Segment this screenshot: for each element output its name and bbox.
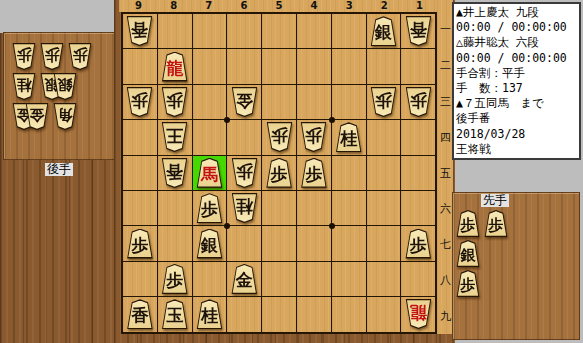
rank-label-3: 三	[438, 84, 453, 120]
piece-歩[interactable]: 歩	[126, 229, 153, 259]
square-7-9[interactable]: 桂	[193, 297, 227, 331]
piece-glyph: 龍	[405, 299, 432, 329]
piece-香[interactable]: 香	[161, 158, 188, 188]
square-6-2[interactable]	[227, 49, 261, 83]
square-3-5[interactable]	[332, 156, 366, 190]
piece-香[interactable]: 香	[126, 16, 153, 46]
square-2-3[interactable]: 歩	[367, 85, 401, 119]
info-line-2: 00:00 / 00:00:00	[456, 20, 577, 35]
square-7-8[interactable]	[193, 262, 227, 296]
square-7-1[interactable]	[193, 14, 227, 48]
square-3-7[interactable]	[332, 226, 366, 260]
rank-label-4: 四	[438, 119, 453, 155]
star-point	[329, 223, 335, 229]
square-1-2[interactable]	[401, 49, 435, 83]
square-9-3[interactable]: 歩	[123, 85, 157, 119]
square-8-9[interactable]: 玉	[158, 297, 192, 331]
square-4-3[interactable]	[297, 85, 331, 119]
star-point	[329, 117, 335, 123]
piece-glyph: 香	[161, 158, 188, 188]
piece-金[interactable]: 金	[231, 264, 258, 294]
gote-hand-row: 金金角	[12, 103, 92, 130]
piece-glyph: 歩	[40, 43, 64, 70]
piece-歩[interactable]: 歩	[300, 158, 327, 188]
piece-glyph: 龍	[161, 52, 188, 82]
file-label-9: 9	[121, 0, 156, 11]
square-8-4[interactable]: 王	[158, 120, 192, 154]
info-line-5: 手合割：平手	[456, 66, 577, 81]
piece-glyph: 歩	[231, 158, 258, 188]
gote-hand-row: 桂銀銀	[12, 73, 92, 100]
square-7-5[interactable]: 馬	[193, 156, 227, 190]
square-3-2[interactable]	[332, 49, 366, 83]
square-2-9[interactable]	[367, 297, 401, 331]
square-9-5[interactable]	[123, 156, 157, 190]
square-4-7[interactable]	[297, 226, 331, 260]
piece-角[interactable]: 角	[53, 103, 77, 130]
square-1-4[interactable]	[401, 120, 435, 154]
piece-glyph: 香	[126, 299, 153, 329]
square-5-9[interactable]	[262, 297, 296, 331]
piece-歩[interactable]: 歩	[126, 87, 153, 117]
square-2-6[interactable]	[367, 191, 401, 225]
piece-glyph: 銀	[456, 240, 480, 267]
square-3-3[interactable]	[332, 85, 366, 119]
piece-glyph: 馬	[196, 158, 223, 188]
square-5-1[interactable]	[262, 14, 296, 48]
piece-歩[interactable]: 歩	[456, 210, 480, 237]
piece-歩[interactable]: 歩	[161, 87, 188, 117]
square-2-4[interactable]	[367, 120, 401, 154]
piece-glyph: 歩	[126, 229, 153, 259]
square-1-1[interactable]: 香	[401, 14, 435, 48]
square-3-1[interactable]	[332, 14, 366, 48]
info-line-9: 2018/03/28	[456, 127, 577, 142]
square-4-2[interactable]	[297, 49, 331, 83]
piece-歩[interactable]: 歩	[161, 264, 188, 294]
piece-香[interactable]: 香	[405, 16, 432, 46]
sente-label: 先手	[481, 194, 509, 207]
square-6-1[interactable]	[227, 14, 261, 48]
square-3-4[interactable]: 桂	[332, 120, 366, 154]
piece-glyph: 桂	[335, 122, 362, 152]
sente-hand-row: 歩歩	[456, 210, 508, 237]
piece-glyph: 歩	[196, 193, 223, 223]
square-8-8[interactable]: 歩	[158, 262, 192, 296]
square-3-8[interactable]	[332, 262, 366, 296]
square-6-7[interactable]	[227, 226, 261, 260]
square-9-9[interactable]: 香	[123, 297, 157, 331]
file-label-1: 1	[402, 0, 437, 11]
file-label-5: 5	[261, 0, 296, 11]
info-panel: ▲井上慶太 九段00:00 / 00:00:00△藤井聡太 六段00:00 / …	[452, 2, 581, 160]
square-2-8[interactable]	[367, 262, 401, 296]
square-4-5[interactable]: 歩	[297, 156, 331, 190]
rank-label-8: 八	[438, 262, 453, 298]
square-5-2[interactable]	[262, 49, 296, 83]
rank-label-9: 九	[438, 298, 453, 334]
square-2-5[interactable]	[367, 156, 401, 190]
piece-glyph: 香	[405, 16, 432, 46]
piece-歩[interactable]: 歩	[40, 43, 64, 70]
sente-hand-row: 歩	[456, 270, 508, 297]
piece-glyph: 歩	[161, 87, 188, 117]
rank-label-2: 二	[438, 48, 453, 84]
piece-glyph: 桂	[196, 299, 223, 329]
square-6-4[interactable]	[227, 120, 261, 154]
gote-label: 後手	[45, 163, 73, 176]
square-6-8[interactable]: 金	[227, 262, 261, 296]
piece-香[interactable]: 香	[126, 299, 153, 329]
piece-歩[interactable]: 歩	[370, 87, 397, 117]
square-2-2[interactable]	[367, 49, 401, 83]
piece-glyph: 玉	[161, 299, 188, 329]
piece-歩[interactable]: 歩	[456, 270, 480, 297]
star-point	[224, 117, 230, 123]
square-9-7[interactable]: 歩	[123, 226, 157, 260]
piece-glyph: 歩	[126, 87, 153, 117]
square-7-4[interactable]	[193, 120, 227, 154]
sente-hand-row: 銀	[456, 240, 508, 267]
piece-銀[interactable]: 銀	[53, 73, 77, 100]
rank-label-6: 六	[438, 191, 453, 227]
piece-glyph: 銀	[53, 73, 77, 100]
piece-glyph: 銀	[196, 229, 223, 259]
piece-龍[interactable]: 龍	[405, 299, 432, 329]
star-point	[224, 223, 230, 229]
square-7-6[interactable]: 歩	[193, 191, 227, 225]
square-7-3[interactable]	[193, 85, 227, 119]
piece-歩[interactable]: 歩	[266, 122, 293, 152]
sente-hand-tray: 先手 歩歩銀歩	[452, 192, 580, 340]
square-5-5[interactable]: 歩	[262, 156, 296, 190]
piece-glyph: 歩	[405, 229, 432, 259]
shogi-board: 香銀香龍歩歩金歩歩王歩歩桂香馬歩歩歩歩桂歩銀歩歩金香玉桂龍	[121, 12, 437, 334]
square-3-6[interactable]	[332, 191, 366, 225]
gote-hand-pieces: 歩歩歩桂銀銀金金角	[12, 43, 92, 130]
square-5-4[interactable]: 歩	[262, 120, 296, 154]
square-3-9[interactable]	[332, 297, 366, 331]
piece-glyph: 金	[231, 87, 258, 117]
file-label-2: 2	[367, 0, 402, 11]
piece-glyph: 銀	[370, 16, 397, 46]
piece-金[interactable]: 金	[231, 87, 258, 117]
piece-glyph: 歩	[68, 43, 92, 70]
info-line-7: ▲７五同馬 まで	[456, 96, 577, 111]
piece-glyph: 金	[231, 264, 258, 294]
piece-glyph: 歩	[456, 270, 480, 297]
piece-glyph: 歩	[12, 43, 36, 70]
file-label-8: 8	[156, 0, 191, 11]
piece-歩[interactable]: 歩	[231, 158, 258, 188]
piece-glyph: 歩	[484, 210, 508, 237]
piece-glyph: 角	[53, 103, 77, 130]
gote-hand-row: 歩歩歩	[12, 43, 92, 70]
piece-glyph: 歩	[405, 87, 432, 117]
piece-桂[interactable]: 桂	[231, 193, 258, 223]
square-4-1[interactable]	[297, 14, 331, 48]
file-label-7: 7	[191, 0, 226, 11]
piece-銀[interactable]: 銀	[196, 229, 223, 259]
piece-銀[interactable]: 銀	[456, 240, 480, 267]
file-label-4: 4	[297, 0, 332, 11]
square-1-5[interactable]	[401, 156, 435, 190]
piece-歩[interactable]: 歩	[68, 43, 92, 70]
board-area: 香銀香龍歩歩金歩歩王歩歩桂香馬歩歩歩歩桂歩銀歩歩金香玉桂龍	[121, 12, 437, 334]
square-4-4[interactable]: 歩	[297, 120, 331, 154]
piece-glyph: 歩	[300, 158, 327, 188]
file-labels: 987654321	[121, 0, 437, 11]
file-label-3: 3	[332, 0, 367, 11]
square-1-7[interactable]: 歩	[401, 226, 435, 260]
square-8-2[interactable]: 龍	[158, 49, 192, 83]
square-8-1[interactable]	[158, 14, 192, 48]
square-8-6[interactable]	[158, 191, 192, 225]
square-7-2[interactable]	[193, 49, 227, 83]
square-5-8[interactable]	[262, 262, 296, 296]
square-1-6[interactable]	[401, 191, 435, 225]
square-9-1[interactable]: 香	[123, 14, 157, 48]
piece-龍[interactable]: 龍	[161, 52, 188, 82]
piece-歩[interactable]: 歩	[12, 43, 36, 70]
piece-玉[interactable]: 玉	[161, 299, 188, 329]
info-line-4: 00:00 / 00:00:00	[456, 51, 577, 66]
rank-labels: 一二三四五六七八九	[438, 12, 453, 334]
square-6-6[interactable]: 桂	[227, 191, 261, 225]
piece-歩[interactable]: 歩	[405, 87, 432, 117]
piece-glyph: 桂	[231, 193, 258, 223]
square-4-6[interactable]	[297, 191, 331, 225]
file-label-6: 6	[226, 0, 261, 11]
rank-label-5: 五	[438, 155, 453, 191]
square-9-8[interactable]	[123, 262, 157, 296]
gote-hand-tray: 歩歩歩桂銀銀金金角 後手	[3, 32, 115, 160]
square-1-9[interactable]: 龍	[401, 297, 435, 331]
square-8-7[interactable]	[158, 226, 192, 260]
rank-label-1: 一	[438, 12, 453, 48]
square-6-3[interactable]: 金	[227, 85, 261, 119]
piece-歩[interactable]: 歩	[405, 229, 432, 259]
piece-歩[interactable]: 歩	[266, 158, 293, 188]
piece-glyph: 歩	[370, 87, 397, 117]
piece-銀[interactable]: 銀	[370, 16, 397, 46]
square-9-2[interactable]	[123, 49, 157, 83]
square-1-8[interactable]	[401, 262, 435, 296]
piece-glyph: 歩	[456, 210, 480, 237]
piece-桂[interactable]: 桂	[335, 122, 362, 152]
square-4-9[interactable]	[297, 297, 331, 331]
info-line-10: 王将戦	[456, 142, 577, 157]
square-8-3[interactable]: 歩	[158, 85, 192, 119]
info-line-8: 後手番	[456, 111, 577, 126]
info-line-1: ▲井上慶太 九段	[456, 5, 577, 20]
square-5-7[interactable]	[262, 226, 296, 260]
piece-glyph: 歩	[266, 158, 293, 188]
square-6-5[interactable]: 歩	[227, 156, 261, 190]
piece-glyph: 歩	[266, 122, 293, 152]
piece-glyph: 香	[126, 16, 153, 46]
square-4-8[interactable]	[297, 262, 331, 296]
square-9-4[interactable]	[123, 120, 157, 154]
piece-歩[interactable]: 歩	[300, 122, 327, 152]
piece-歩[interactable]: 歩	[484, 210, 508, 237]
piece-王[interactable]: 王	[161, 122, 188, 152]
square-1-3[interactable]: 歩	[401, 85, 435, 119]
info-line-6: 手 数：137	[456, 81, 577, 96]
piece-glyph: 王	[161, 122, 188, 152]
piece-glyph: 金	[25, 103, 49, 130]
piece-glyph: 桂	[12, 73, 36, 100]
piece-桂[interactable]: 桂	[12, 73, 36, 100]
piece-金[interactable]: 金	[25, 103, 49, 130]
kifu-window: 987654321 香銀香龍歩歩金歩歩王歩歩桂香馬歩歩歩歩桂歩銀歩歩金香玉桂龍 …	[0, 0, 583, 343]
square-9-6[interactable]	[123, 191, 157, 225]
piece-歩[interactable]: 歩	[196, 193, 223, 223]
square-2-7[interactable]	[367, 226, 401, 260]
sente-hand-pieces: 歩歩銀歩	[456, 210, 508, 297]
piece-馬[interactable]: 馬	[196, 158, 223, 188]
square-5-3[interactable]	[262, 85, 296, 119]
square-5-6[interactable]	[262, 191, 296, 225]
piece-桂[interactable]: 桂	[196, 299, 223, 329]
square-8-5[interactable]: 香	[158, 156, 192, 190]
square-2-1[interactable]: 銀	[367, 14, 401, 48]
piece-glyph: 歩	[300, 122, 327, 152]
square-7-7[interactable]: 銀	[193, 226, 227, 260]
info-line-3: △藤井聡太 六段	[456, 35, 577, 50]
square-6-9[interactable]	[227, 297, 261, 331]
rank-label-7: 七	[438, 227, 453, 263]
piece-glyph: 歩	[161, 264, 188, 294]
